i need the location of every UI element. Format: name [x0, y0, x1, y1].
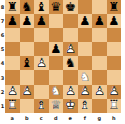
- white-knight-fill: ♞: [49, 85, 64, 99]
- white-rook: ♖: [5, 99, 20, 113]
- black-bishop: ♝: [34, 0, 49, 14]
- white-pawn-fill: ♟: [34, 56, 49, 70]
- square-h8[interactable]: ♜: [107, 0, 122, 14]
- square-f6[interactable]: [78, 28, 93, 42]
- square-b6[interactable]: [20, 28, 35, 42]
- white-pawn: ♙: [5, 85, 20, 99]
- white-pawn-fill: ♟: [63, 85, 78, 99]
- square-f1[interactable]: ♝♗: [78, 99, 93, 113]
- square-g2[interactable]: ♟♙: [92, 85, 107, 99]
- file-label-b: b: [20, 113, 35, 123]
- white-pawn: ♙: [34, 56, 49, 70]
- square-a8[interactable]: ♜: [5, 0, 20, 14]
- white-pawn-fill: ♟: [63, 42, 78, 56]
- square-f2[interactable]: ♟♙: [78, 85, 93, 99]
- white-pawn: ♙: [78, 85, 93, 99]
- black-pawn: ♟: [107, 14, 122, 28]
- white-rook-fill: ♜: [5, 99, 20, 113]
- white-queen: ♕: [49, 99, 64, 113]
- white-pawn-fill: ♟: [5, 85, 20, 99]
- black-knight: ♞: [20, 0, 35, 14]
- black-pawn: ♟: [92, 14, 107, 28]
- square-b7[interactable]: ♟: [20, 14, 35, 28]
- square-g6[interactable]: [92, 28, 107, 42]
- file-label-e: e: [63, 113, 78, 123]
- square-a1[interactable]: ♜♖: [5, 99, 20, 113]
- square-d4[interactable]: [49, 56, 64, 70]
- square-f3[interactable]: ♞♘: [78, 70, 93, 84]
- white-pawn: ♙: [107, 85, 122, 99]
- square-g1[interactable]: [92, 99, 107, 113]
- white-bishop-fill: ♝: [34, 99, 49, 113]
- white-pawn: ♙: [63, 42, 78, 56]
- file-label-f: f: [78, 113, 93, 123]
- square-b8[interactable]: ♞: [20, 0, 35, 14]
- black-knight: ♞: [63, 56, 78, 70]
- file-label-h: h: [107, 113, 122, 123]
- square-b3[interactable]: [20, 70, 35, 84]
- square-e6[interactable]: [63, 28, 78, 42]
- square-h3[interactable]: [107, 70, 122, 84]
- file-label-d: d: [49, 113, 64, 123]
- square-e8[interactable]: ♚: [63, 0, 78, 14]
- white-pawn: ♙: [20, 85, 35, 99]
- black-pawn: ♟: [49, 42, 64, 56]
- square-d2[interactable]: ♞♘: [49, 85, 64, 99]
- square-c2[interactable]: [34, 85, 49, 99]
- white-king-fill: ♚: [63, 99, 78, 113]
- square-b4[interactable]: ♝: [20, 56, 35, 70]
- white-pawn-fill: ♟: [92, 85, 107, 99]
- file-label-g: g: [92, 113, 107, 123]
- square-g7[interactable]: ♟: [92, 14, 107, 28]
- square-a6[interactable]: [5, 28, 20, 42]
- square-c5[interactable]: [34, 42, 49, 56]
- square-c1[interactable]: ♝♗: [34, 99, 49, 113]
- square-h7[interactable]: ♟: [107, 14, 122, 28]
- square-b2[interactable]: ♟♙: [20, 85, 35, 99]
- black-queen: ♛: [49, 0, 64, 14]
- square-e2[interactable]: ♟♙: [63, 85, 78, 99]
- square-e4[interactable]: ♞: [63, 56, 78, 70]
- square-g4[interactable]: [92, 56, 107, 70]
- square-b5[interactable]: [20, 42, 35, 56]
- square-d8[interactable]: ♛: [49, 0, 64, 14]
- black-pawn: ♟: [78, 14, 93, 28]
- black-pawn: ♟: [20, 14, 35, 28]
- square-f4[interactable]: [78, 56, 93, 70]
- square-h2[interactable]: ♟♙: [107, 85, 122, 99]
- square-d7[interactable]: [49, 14, 64, 28]
- square-d1[interactable]: ♛♕: [49, 99, 64, 113]
- white-knight-fill: ♞: [78, 70, 93, 84]
- white-pawn: ♙: [63, 85, 78, 99]
- white-queen-fill: ♛: [49, 99, 64, 113]
- file-label-c: c: [34, 113, 49, 123]
- square-e3[interactable]: [63, 70, 78, 84]
- chess-board: 8♜♞♝♛♚♜7♟♟♟♟♟♟65♟♟♙4♝♟♙♞3♞♘2♟♙♟♙♞♘♟♙♟♙♟♙…: [0, 0, 121, 123]
- square-a5[interactable]: [5, 42, 20, 56]
- white-rook: ♖: [107, 99, 122, 113]
- white-rook-fill: ♜: [107, 99, 122, 113]
- square-f8[interactable]: [78, 0, 93, 14]
- black-rook: ♜: [107, 0, 122, 14]
- square-c6[interactable]: [34, 28, 49, 42]
- square-g3[interactable]: [92, 70, 107, 84]
- square-c3[interactable]: [34, 70, 49, 84]
- black-rook: ♜: [5, 0, 20, 14]
- square-h5[interactable]: [107, 42, 122, 56]
- black-bishop: ♝: [20, 56, 35, 70]
- square-a7[interactable]: ♟: [5, 14, 20, 28]
- square-e5[interactable]: ♟♙: [63, 42, 78, 56]
- white-bishop: ♗: [34, 99, 49, 113]
- chess-board-screenshot: 8♜♞♝♛♚♜7♟♟♟♟♟♟65♟♟♙4♝♟♙♞3♞♘2♟♙♟♙♞♘♟♙♟♙♟♙…: [0, 0, 125, 124]
- square-h6[interactable]: [107, 28, 122, 42]
- square-d6[interactable]: [49, 28, 64, 42]
- square-g5[interactable]: [92, 42, 107, 56]
- white-king: ♔: [63, 99, 78, 113]
- white-knight: ♘: [49, 85, 64, 99]
- black-pawn: ♟: [34, 14, 49, 28]
- file-label-a: a: [5, 113, 20, 123]
- white-knight: ♘: [78, 70, 93, 84]
- square-b1[interactable]: [20, 99, 35, 113]
- square-f7[interactable]: ♟: [78, 14, 93, 28]
- white-bishop-fill: ♝: [78, 99, 93, 113]
- square-d5[interactable]: ♟: [49, 42, 64, 56]
- white-pawn: ♙: [92, 85, 107, 99]
- square-c8[interactable]: ♝: [34, 0, 49, 14]
- square-h1[interactable]: ♜♖: [107, 99, 122, 113]
- white-bishop: ♗: [78, 99, 93, 113]
- square-c4[interactable]: ♟♙: [34, 56, 49, 70]
- square-g8[interactable]: [92, 0, 107, 14]
- square-h4[interactable]: [107, 56, 122, 70]
- square-a3[interactable]: [5, 70, 20, 84]
- black-pawn: ♟: [5, 14, 20, 28]
- white-pawn-fill: ♟: [107, 85, 122, 99]
- square-d3[interactable]: [49, 70, 64, 84]
- square-f5[interactable]: [78, 42, 93, 56]
- white-pawn-fill: ♟: [78, 85, 93, 99]
- square-e7[interactable]: [63, 14, 78, 28]
- black-king: ♚: [63, 0, 78, 14]
- square-c7[interactable]: ♟: [34, 14, 49, 28]
- square-a2[interactable]: ♟♙: [5, 85, 20, 99]
- white-pawn-fill: ♟: [20, 85, 35, 99]
- square-e1[interactable]: ♚♔: [63, 99, 78, 113]
- square-a4[interactable]: [5, 56, 20, 70]
